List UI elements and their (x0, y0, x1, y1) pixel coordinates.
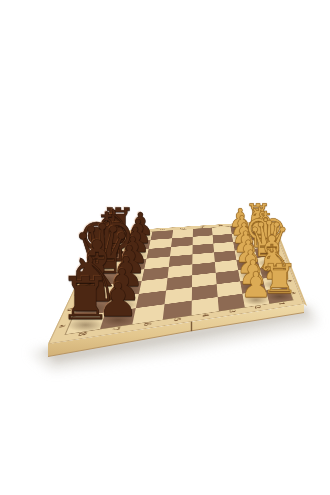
rank-label-front-3: 3 (225, 303, 239, 320)
white-pawn-a2[interactable]: ♟ (240, 267, 272, 302)
rank-label-back-3: 3 (217, 222, 225, 230)
rank-label-front-5: 5 (170, 311, 185, 329)
rank-label-front-4: 4 (199, 307, 212, 324)
rank-label-back-4: 4 (199, 223, 206, 231)
black-rook-a8[interactable]: ♜ (59, 269, 112, 328)
photo-canvas: 8877665544332211aabbccddeeffgghh ♜♟♞♟♟♜♝… (0, 0, 330, 495)
rank-label-back-6: 6 (159, 226, 168, 234)
rank-label-back-5: 5 (179, 224, 187, 232)
rank-label-front-6: 6 (139, 315, 156, 334)
